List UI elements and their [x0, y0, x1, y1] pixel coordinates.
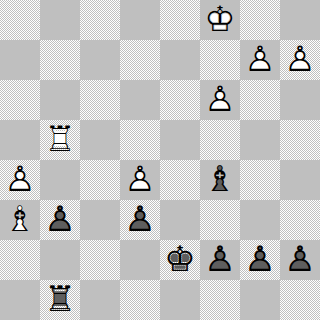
square-c7[interactable] [80, 40, 120, 80]
black-pawn-b3[interactable]: ♟♙ [40, 200, 80, 240]
square-h8[interactable] [280, 0, 320, 40]
black-bishop-f4[interactable]: ♝♗ [200, 160, 240, 200]
black-king-e2[interactable]: ♚♔ [160, 240, 200, 280]
black-pawn-outline-glyph: ♙ [200, 240, 240, 280]
square-b3[interactable]: ♟♙ [40, 200, 80, 240]
black-rook-b1[interactable]: ♜♖ [40, 280, 80, 320]
square-e3[interactable] [160, 200, 200, 240]
white-pawn-a4[interactable]: ♟♙ [0, 160, 40, 200]
square-a5[interactable] [0, 120, 40, 160]
square-g7[interactable]: ♟♙ [240, 40, 280, 80]
square-g3[interactable] [240, 200, 280, 240]
white-pawn-outline-glyph: ♙ [120, 160, 160, 200]
square-h1[interactable] [280, 280, 320, 320]
white-pawn-outline-glyph: ♙ [240, 40, 280, 80]
square-c4[interactable] [80, 160, 120, 200]
square-f7[interactable] [200, 40, 240, 80]
square-e8[interactable] [160, 0, 200, 40]
white-pawn-g7[interactable]: ♟♙ [240, 40, 280, 80]
square-f8[interactable]: ♚♔ [200, 0, 240, 40]
square-d1[interactable] [120, 280, 160, 320]
square-b1[interactable]: ♜♖ [40, 280, 80, 320]
black-pawn-outline-glyph: ♙ [240, 240, 280, 280]
white-king-f8[interactable]: ♚♔ [200, 0, 240, 40]
square-e5[interactable] [160, 120, 200, 160]
square-d7[interactable] [120, 40, 160, 80]
square-c5[interactable] [80, 120, 120, 160]
white-pawn-outline-glyph: ♙ [0, 160, 40, 200]
square-e1[interactable] [160, 280, 200, 320]
square-h2[interactable]: ♟♙ [280, 240, 320, 280]
square-b4[interactable] [40, 160, 80, 200]
square-e4[interactable] [160, 160, 200, 200]
square-h6[interactable] [280, 80, 320, 120]
square-h4[interactable] [280, 160, 320, 200]
square-b2[interactable] [40, 240, 80, 280]
black-pawn-outline-glyph: ♙ [40, 200, 80, 240]
square-d5[interactable] [120, 120, 160, 160]
square-d3[interactable]: ♟♙ [120, 200, 160, 240]
square-e2[interactable]: ♚♔ [160, 240, 200, 280]
black-pawn-outline-glyph: ♙ [280, 240, 320, 280]
square-a3[interactable]: ♝♗ [0, 200, 40, 240]
square-b6[interactable] [40, 80, 80, 120]
square-c1[interactable] [80, 280, 120, 320]
white-bishop-outline-glyph: ♗ [0, 200, 40, 240]
square-f1[interactable] [200, 280, 240, 320]
square-d8[interactable] [120, 0, 160, 40]
white-bishop-a3[interactable]: ♝♗ [0, 200, 40, 240]
square-b5[interactable]: ♜♖ [40, 120, 80, 160]
square-e6[interactable] [160, 80, 200, 120]
square-d2[interactable] [120, 240, 160, 280]
chess-board: ♚♔♟♙♟♙♟♙♜♖♟♙♟♙♝♗♝♗♟♙♟♙♚♔♟♙♟♙♟♙♜♖ [0, 0, 320, 320]
square-f6[interactable]: ♟♙ [200, 80, 240, 120]
white-pawn-h7[interactable]: ♟♙ [280, 40, 320, 80]
square-f4[interactable]: ♝♗ [200, 160, 240, 200]
square-g4[interactable] [240, 160, 280, 200]
white-pawn-d4[interactable]: ♟♙ [120, 160, 160, 200]
square-d4[interactable]: ♟♙ [120, 160, 160, 200]
square-c8[interactable] [80, 0, 120, 40]
square-c3[interactable] [80, 200, 120, 240]
white-king-outline-glyph: ♔ [200, 0, 240, 40]
square-a7[interactable] [0, 40, 40, 80]
white-pawn-outline-glyph: ♙ [280, 40, 320, 80]
black-pawn-d3[interactable]: ♟♙ [120, 200, 160, 240]
square-a2[interactable] [0, 240, 40, 280]
square-b8[interactable] [40, 0, 80, 40]
square-g2[interactable]: ♟♙ [240, 240, 280, 280]
square-b7[interactable] [40, 40, 80, 80]
square-f2[interactable]: ♟♙ [200, 240, 240, 280]
black-pawn-h2[interactable]: ♟♙ [280, 240, 320, 280]
square-a6[interactable] [0, 80, 40, 120]
square-a4[interactable]: ♟♙ [0, 160, 40, 200]
black-pawn-outline-glyph: ♙ [120, 200, 160, 240]
square-f5[interactable] [200, 120, 240, 160]
square-h3[interactable] [280, 200, 320, 240]
square-c6[interactable] [80, 80, 120, 120]
square-a1[interactable] [0, 280, 40, 320]
square-f3[interactable] [200, 200, 240, 240]
square-g8[interactable] [240, 0, 280, 40]
square-d6[interactable] [120, 80, 160, 120]
black-pawn-g2[interactable]: ♟♙ [240, 240, 280, 280]
square-e7[interactable] [160, 40, 200, 80]
square-a8[interactable] [0, 0, 40, 40]
square-g6[interactable] [240, 80, 280, 120]
white-rook-b5[interactable]: ♜♖ [40, 120, 80, 160]
white-pawn-outline-glyph: ♙ [200, 80, 240, 120]
white-pawn-f6[interactable]: ♟♙ [200, 80, 240, 120]
square-h7[interactable]: ♟♙ [280, 40, 320, 80]
black-king-outline-glyph: ♔ [160, 240, 200, 280]
black-bishop-outline-glyph: ♗ [200, 160, 240, 200]
black-pawn-f2[interactable]: ♟♙ [200, 240, 240, 280]
square-g1[interactable] [240, 280, 280, 320]
black-rook-outline-glyph: ♖ [40, 280, 80, 320]
square-g5[interactable] [240, 120, 280, 160]
square-h5[interactable] [280, 120, 320, 160]
white-rook-outline-glyph: ♖ [40, 120, 80, 160]
square-c2[interactable] [80, 240, 120, 280]
